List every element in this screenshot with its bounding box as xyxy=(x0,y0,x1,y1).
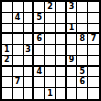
cell-r6c3[interactable] xyxy=(24,56,35,67)
cell-r4c7[interactable] xyxy=(67,34,78,45)
cell-r4c1[interactable] xyxy=(2,34,13,45)
cell-r9c7[interactable] xyxy=(67,88,78,99)
cell-r7c2[interactable] xyxy=(13,67,24,78)
cell-r3c4[interactable] xyxy=(34,24,45,35)
cell-r9c8[interactable] xyxy=(77,88,88,99)
cell-r7c3[interactable] xyxy=(24,67,35,78)
cell-r3c2[interactable] xyxy=(13,24,24,35)
cell-r2c9[interactable] xyxy=(88,13,99,24)
cell-r3c6[interactable] xyxy=(56,24,67,35)
cell-r3c1[interactable] xyxy=(2,24,13,35)
cell-r5c4[interactable] xyxy=(34,45,45,56)
cell-r1c2[interactable] xyxy=(13,2,24,13)
cell-r1c6[interactable] xyxy=(56,2,67,13)
cell-r7c9[interactable] xyxy=(88,67,99,78)
cell-r6c5[interactable] xyxy=(45,56,56,67)
cell-r8c7[interactable] xyxy=(67,77,78,88)
cell-r4c2[interactable] xyxy=(13,34,24,45)
cell-r8c9[interactable] xyxy=(88,77,99,88)
cell-r1c8[interactable] xyxy=(77,2,88,13)
cell-r5c3-given[interactable]: 3 xyxy=(24,45,35,56)
cell-r2c4-given[interactable]: 5 xyxy=(34,13,45,24)
cell-r8c5[interactable] xyxy=(45,77,56,88)
cell-r8c3[interactable] xyxy=(24,77,35,88)
cell-r2c7[interactable] xyxy=(67,13,78,24)
cell-r2c1[interactable] xyxy=(2,13,13,24)
cell-r3c8[interactable] xyxy=(77,24,88,35)
cell-r3c5[interactable] xyxy=(45,24,56,35)
cell-r2c6[interactable] xyxy=(56,13,67,24)
cell-r9c6[interactable] xyxy=(56,88,67,99)
cell-r2c2-given[interactable]: 4 xyxy=(13,13,24,24)
cell-r8c8-given[interactable]: 6 xyxy=(77,77,88,88)
sudoku-board: 23451687132945761 xyxy=(0,0,101,101)
cell-r9c5-given[interactable]: 1 xyxy=(45,88,56,99)
cell-r6c2[interactable] xyxy=(13,56,24,67)
cell-r1c3[interactable] xyxy=(24,2,35,13)
cell-r9c9[interactable] xyxy=(88,88,99,99)
cell-r3c9[interactable] xyxy=(88,24,99,35)
cell-r7c8-given[interactable]: 5 xyxy=(77,67,88,78)
cell-r4c3[interactable] xyxy=(24,34,35,45)
cell-r6c1-given[interactable]: 2 xyxy=(2,56,13,67)
cell-r6c9[interactable] xyxy=(88,56,99,67)
cell-r9c1[interactable] xyxy=(2,88,13,99)
cell-r7c6[interactable] xyxy=(56,67,67,78)
cell-r1c7-given[interactable]: 3 xyxy=(67,2,78,13)
cell-r4c4-given[interactable]: 6 xyxy=(34,34,45,45)
cell-r7c7[interactable] xyxy=(67,67,78,78)
cell-r7c4-given[interactable]: 4 xyxy=(34,67,45,78)
cell-r3c3[interactable] xyxy=(24,24,35,35)
cell-r5c6[interactable] xyxy=(56,45,67,56)
cell-r6c6[interactable] xyxy=(56,56,67,67)
cell-r6c7-given[interactable]: 9 xyxy=(67,56,78,67)
cell-r1c4[interactable] xyxy=(34,2,45,13)
cell-r5c7[interactable] xyxy=(67,45,78,56)
cell-r9c3[interactable] xyxy=(24,88,35,99)
cell-r2c5[interactable] xyxy=(45,13,56,24)
cell-r6c8[interactable] xyxy=(77,56,88,67)
cell-r4c8-given[interactable]: 8 xyxy=(77,34,88,45)
cell-r4c9-given[interactable]: 7 xyxy=(88,34,99,45)
cell-r1c9[interactable] xyxy=(88,2,99,13)
cell-r5c5[interactable] xyxy=(45,45,56,56)
cell-r1c5-given[interactable]: 2 xyxy=(45,2,56,13)
cell-r5c1-given[interactable]: 1 xyxy=(2,45,13,56)
cell-r7c5[interactable] xyxy=(45,67,56,78)
cell-r5c2[interactable] xyxy=(13,45,24,56)
cell-r5c9[interactable] xyxy=(88,45,99,56)
cell-r3c7-given[interactable]: 1 xyxy=(67,24,78,35)
cell-r1c1[interactable] xyxy=(2,2,13,13)
cell-r8c6[interactable] xyxy=(56,77,67,88)
cell-r4c6[interactable] xyxy=(56,34,67,45)
cell-r2c3[interactable] xyxy=(24,13,35,24)
cell-r2c8[interactable] xyxy=(77,13,88,24)
cell-r9c4[interactable] xyxy=(34,88,45,99)
cell-r6c4[interactable] xyxy=(34,56,45,67)
cell-r9c2[interactable] xyxy=(13,88,24,99)
cell-r8c4[interactable] xyxy=(34,77,45,88)
cell-r7c1[interactable] xyxy=(2,67,13,78)
cell-r8c2-given[interactable]: 7 xyxy=(13,77,24,88)
cell-r8c1[interactable] xyxy=(2,77,13,88)
cell-r4c5[interactable] xyxy=(45,34,56,45)
cell-r5c8[interactable] xyxy=(77,45,88,56)
